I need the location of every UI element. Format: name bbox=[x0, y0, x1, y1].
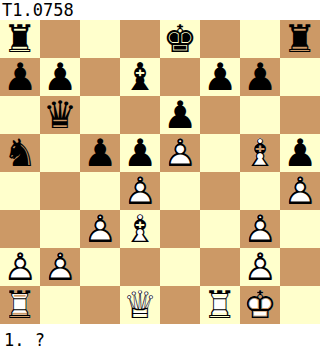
square-c1[interactable] bbox=[80, 286, 120, 324]
white-bishop-outline-glyph: ♗ bbox=[240, 134, 280, 172]
square-d2[interactable] bbox=[120, 248, 160, 286]
square-e3[interactable] bbox=[160, 210, 200, 248]
square-c4[interactable] bbox=[80, 172, 120, 210]
piece-black-king: ♚ bbox=[160, 20, 200, 58]
white-pawn-outline-glyph: ♙ bbox=[120, 172, 160, 210]
square-h7[interactable] bbox=[280, 58, 320, 96]
piece-black-pawn: ♟ bbox=[40, 58, 80, 96]
piece-black-knight: ♞ bbox=[0, 134, 40, 172]
black-pawn-glyph: ♟ bbox=[280, 134, 320, 172]
piece-white-bishop: ♝♗ bbox=[240, 134, 280, 172]
square-e7[interactable] bbox=[160, 58, 200, 96]
square-g4[interactable] bbox=[240, 172, 280, 210]
piece-black-pawn: ♟ bbox=[200, 58, 240, 96]
black-pawn-glyph: ♟ bbox=[40, 58, 80, 96]
square-e1[interactable] bbox=[160, 286, 200, 324]
piece-white-pawn: ♟♙ bbox=[280, 172, 320, 210]
white-pawn-outline-glyph: ♙ bbox=[40, 248, 80, 286]
square-d4[interactable]: ♟♙ bbox=[120, 172, 160, 210]
black-bishop-glyph: ♝ bbox=[120, 58, 160, 96]
piece-black-pawn: ♟ bbox=[0, 58, 40, 96]
square-d7[interactable]: ♝ bbox=[120, 58, 160, 96]
square-a2[interactable]: ♟♙ bbox=[0, 248, 40, 286]
square-f4[interactable] bbox=[200, 172, 240, 210]
piece-black-pawn: ♟ bbox=[80, 134, 120, 172]
square-a1[interactable]: ♜♖ bbox=[0, 286, 40, 324]
piece-white-pawn: ♟♙ bbox=[160, 134, 200, 172]
square-b8[interactable] bbox=[40, 20, 80, 58]
white-pawn-outline-glyph: ♙ bbox=[280, 172, 320, 210]
piece-white-pawn: ♟♙ bbox=[240, 210, 280, 248]
square-e4[interactable] bbox=[160, 172, 200, 210]
white-rook-outline-glyph: ♖ bbox=[200, 286, 240, 324]
square-g2[interactable]: ♟♙ bbox=[240, 248, 280, 286]
piece-white-rook: ♜♖ bbox=[200, 286, 240, 324]
square-g6[interactable] bbox=[240, 96, 280, 134]
square-b5[interactable] bbox=[40, 134, 80, 172]
black-pawn-glyph: ♟ bbox=[160, 96, 200, 134]
square-f7[interactable]: ♟ bbox=[200, 58, 240, 96]
square-f1[interactable]: ♜♖ bbox=[200, 286, 240, 324]
piece-black-bishop: ♝ bbox=[120, 58, 160, 96]
white-pawn-outline-glyph: ♙ bbox=[0, 248, 40, 286]
black-knight-glyph: ♞ bbox=[0, 134, 40, 172]
square-a5[interactable]: ♞ bbox=[0, 134, 40, 172]
square-c3[interactable]: ♟♙ bbox=[80, 210, 120, 248]
black-pawn-glyph: ♟ bbox=[80, 134, 120, 172]
piece-white-bishop: ♝♗ bbox=[120, 210, 160, 248]
square-c5[interactable]: ♟ bbox=[80, 134, 120, 172]
piece-black-pawn: ♟ bbox=[120, 134, 160, 172]
white-king-outline-glyph: ♔ bbox=[240, 286, 280, 324]
square-c2[interactable] bbox=[80, 248, 120, 286]
square-b6[interactable]: ♛ bbox=[40, 96, 80, 134]
square-g1[interactable]: ♚♔ bbox=[240, 286, 280, 324]
piece-black-queen: ♛ bbox=[40, 96, 80, 134]
black-king-glyph: ♚ bbox=[160, 20, 200, 58]
square-f2[interactable] bbox=[200, 248, 240, 286]
white-pawn-outline-glyph: ♙ bbox=[80, 210, 120, 248]
white-queen-outline-glyph: ♕ bbox=[120, 286, 160, 324]
black-pawn-glyph: ♟ bbox=[120, 134, 160, 172]
square-c6[interactable] bbox=[80, 96, 120, 134]
square-d6[interactable] bbox=[120, 96, 160, 134]
square-d3[interactable]: ♝♗ bbox=[120, 210, 160, 248]
square-e5[interactable]: ♟♙ bbox=[160, 134, 200, 172]
piece-white-pawn: ♟♙ bbox=[40, 248, 80, 286]
square-d8[interactable] bbox=[120, 20, 160, 58]
piece-white-pawn: ♟♙ bbox=[240, 248, 280, 286]
square-f3[interactable] bbox=[200, 210, 240, 248]
piece-white-queen: ♛♕ bbox=[120, 286, 160, 324]
white-rook-outline-glyph: ♖ bbox=[0, 286, 40, 324]
black-rook-glyph: ♜ bbox=[0, 20, 40, 58]
square-h2[interactable] bbox=[280, 248, 320, 286]
black-pawn-glyph: ♟ bbox=[240, 58, 280, 96]
square-h3[interactable] bbox=[280, 210, 320, 248]
puzzle-id-label: T1.0758 bbox=[0, 0, 320, 20]
square-g7[interactable]: ♟ bbox=[240, 58, 280, 96]
move-prompt-label: 1. ? bbox=[0, 324, 320, 349]
square-b3[interactable] bbox=[40, 210, 80, 248]
piece-black-pawn: ♟ bbox=[280, 134, 320, 172]
piece-black-pawn: ♟ bbox=[160, 96, 200, 134]
square-b2[interactable]: ♟♙ bbox=[40, 248, 80, 286]
piece-white-king: ♚♔ bbox=[240, 286, 280, 324]
square-e2[interactable] bbox=[160, 248, 200, 286]
square-b7[interactable]: ♟ bbox=[40, 58, 80, 96]
black-queen-glyph: ♛ bbox=[40, 96, 80, 134]
square-a7[interactable]: ♟ bbox=[0, 58, 40, 96]
piece-white-rook: ♜♖ bbox=[0, 286, 40, 324]
square-a3[interactable] bbox=[0, 210, 40, 248]
square-g5[interactable]: ♝♗ bbox=[240, 134, 280, 172]
black-pawn-glyph: ♟ bbox=[0, 58, 40, 96]
black-pawn-glyph: ♟ bbox=[200, 58, 240, 96]
square-d1[interactable]: ♛♕ bbox=[120, 286, 160, 324]
square-h6[interactable] bbox=[280, 96, 320, 134]
white-pawn-outline-glyph: ♙ bbox=[240, 248, 280, 286]
square-h1[interactable] bbox=[280, 286, 320, 324]
square-f5[interactable] bbox=[200, 134, 240, 172]
square-c8[interactable] bbox=[80, 20, 120, 58]
square-c7[interactable] bbox=[80, 58, 120, 96]
black-rook-glyph: ♜ bbox=[280, 20, 320, 58]
piece-black-rook: ♜ bbox=[280, 20, 320, 58]
square-a8[interactable]: ♜ bbox=[0, 20, 40, 58]
white-pawn-outline-glyph: ♙ bbox=[240, 210, 280, 248]
piece-black-pawn: ♟ bbox=[240, 58, 280, 96]
square-g3[interactable]: ♟♙ bbox=[240, 210, 280, 248]
square-b4[interactable] bbox=[40, 172, 80, 210]
piece-white-pawn: ♟♙ bbox=[0, 248, 40, 286]
square-a6[interactable] bbox=[0, 96, 40, 134]
square-h8[interactable]: ♜ bbox=[280, 20, 320, 58]
square-a4[interactable] bbox=[0, 172, 40, 210]
square-f6[interactable] bbox=[200, 96, 240, 134]
chess-board: ♜♚♜♟♟♝♟♟♛♟♞♟♟♟♙♝♗♟♟♙♟♙♟♙♝♗♟♙♟♙♟♙♟♙♜♖♛♕♜♖… bbox=[0, 20, 320, 324]
square-f8[interactable] bbox=[200, 20, 240, 58]
white-pawn-outline-glyph: ♙ bbox=[160, 134, 200, 172]
piece-white-pawn: ♟♙ bbox=[80, 210, 120, 248]
square-e6[interactable]: ♟ bbox=[160, 96, 200, 134]
square-b1[interactable] bbox=[40, 286, 80, 324]
piece-black-rook: ♜ bbox=[0, 20, 40, 58]
white-bishop-outline-glyph: ♗ bbox=[120, 210, 160, 248]
square-d5[interactable]: ♟ bbox=[120, 134, 160, 172]
square-h5[interactable]: ♟ bbox=[280, 134, 320, 172]
square-h4[interactable]: ♟♙ bbox=[280, 172, 320, 210]
square-g8[interactable] bbox=[240, 20, 280, 58]
piece-white-pawn: ♟♙ bbox=[120, 172, 160, 210]
square-e8[interactable]: ♚ bbox=[160, 20, 200, 58]
